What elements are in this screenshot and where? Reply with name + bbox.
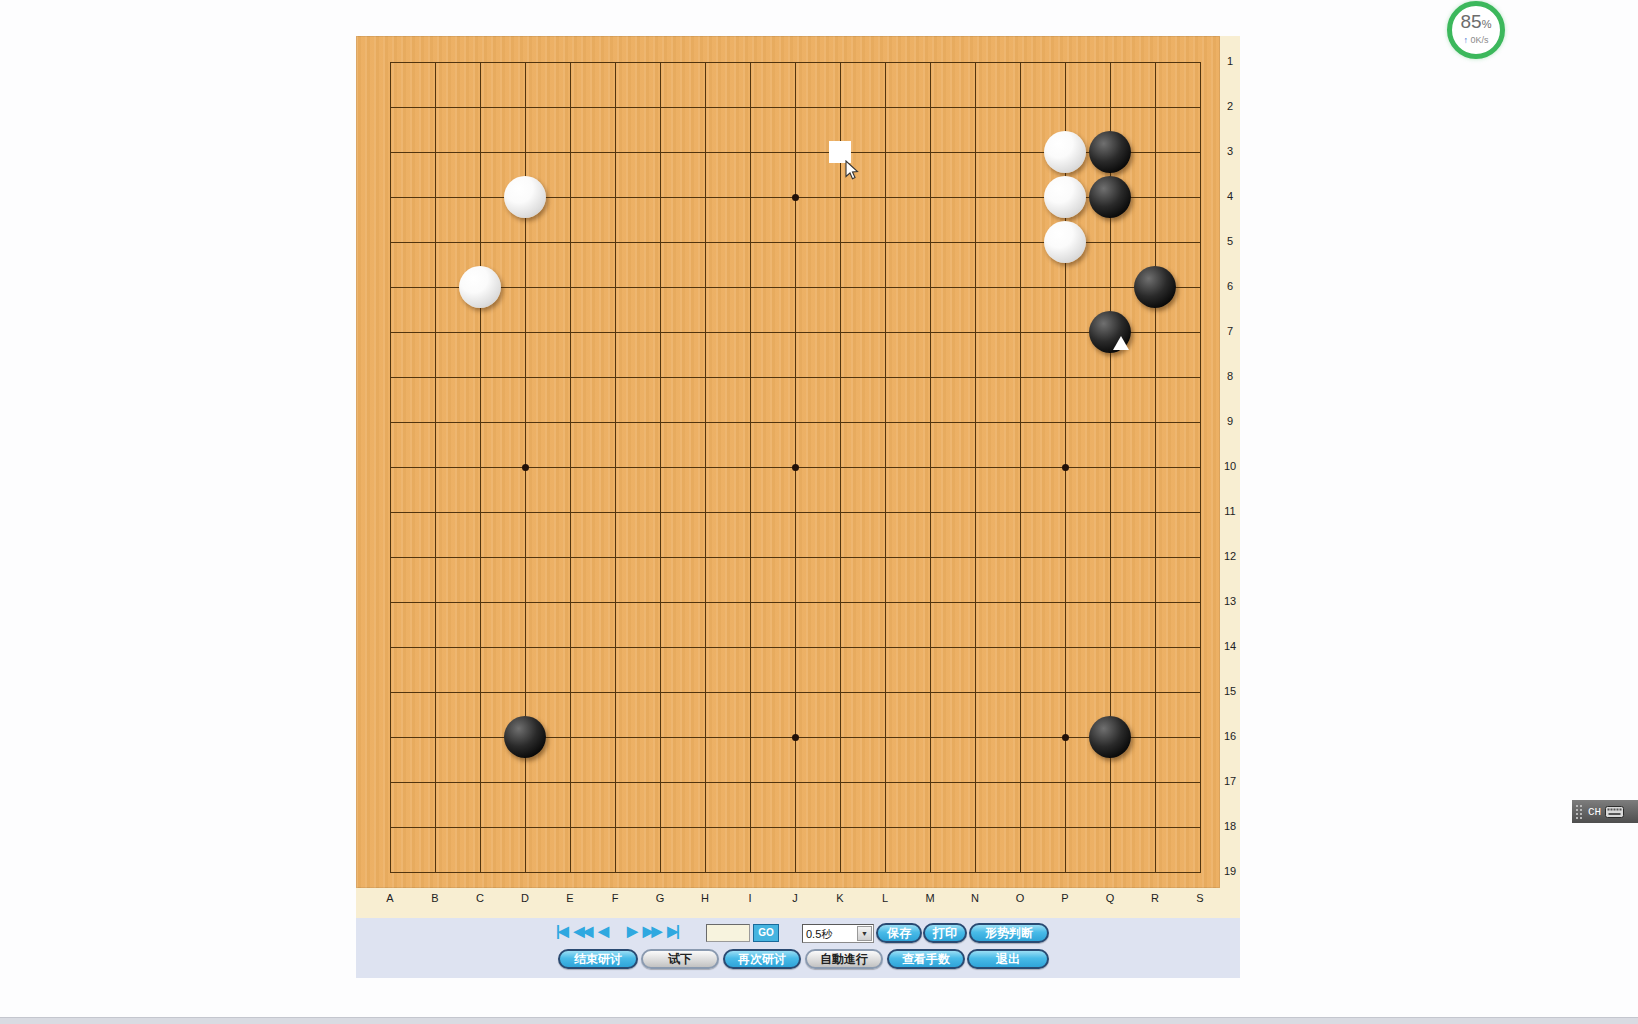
grid-line-horizontal xyxy=(390,782,1201,783)
row-label: 15 xyxy=(1220,685,1240,697)
go-button[interactable]: GO xyxy=(753,924,779,942)
column-label: L xyxy=(870,892,900,904)
row-label: 11 xyxy=(1220,505,1240,517)
save-button[interactable]: 保存 xyxy=(876,923,922,943)
black-stone[interactable] xyxy=(1134,266,1176,308)
grid-line-horizontal xyxy=(390,827,1201,828)
grid-line-vertical xyxy=(840,62,841,873)
white-stone[interactable] xyxy=(459,266,501,308)
try-move-button[interactable]: 试下 xyxy=(641,949,719,969)
column-label: M xyxy=(915,892,945,904)
exit-button[interactable]: 退出 xyxy=(967,949,1049,969)
grid-line-horizontal xyxy=(390,872,1201,873)
nav-back-button[interactable]: ◀ xyxy=(598,923,607,939)
white-stone[interactable] xyxy=(1044,131,1086,173)
column-label: A xyxy=(375,892,405,904)
toolbar: |◀◀◀◀▶▶▶▶| GO 0.5秒 ▼ 保存 打印 形势判断 结束研讨 试下 … xyxy=(356,918,1240,978)
score-estimate-button[interactable]: 形势判断 xyxy=(969,923,1049,943)
upload-arrow-icon: ↑ xyxy=(1463,35,1468,45)
grid-line-vertical xyxy=(885,62,886,873)
network-status-badge: 85% ↑ 0K/s xyxy=(1447,1,1505,59)
nav-forward-button[interactable]: ▶ xyxy=(627,923,636,939)
row-label: 17 xyxy=(1220,775,1240,787)
ime-language-bar[interactable]: CH xyxy=(1572,800,1638,823)
auto-play-button[interactable]: 自動進行 xyxy=(805,949,883,969)
nav-first-button[interactable]: |◀ xyxy=(556,923,567,939)
column-label: I xyxy=(735,892,765,904)
row-label: 18 xyxy=(1220,820,1240,832)
row-label: 12 xyxy=(1220,550,1240,562)
white-stone[interactable] xyxy=(1044,176,1086,218)
chevron-down-icon[interactable]: ▼ xyxy=(857,926,872,941)
mouse-cursor xyxy=(845,160,860,181)
delay-select-value: 0.5秒 xyxy=(806,927,832,942)
column-label: K xyxy=(825,892,855,904)
column-label: N xyxy=(960,892,990,904)
star-point xyxy=(1062,464,1069,471)
keyboard-icon[interactable] xyxy=(1605,806,1624,818)
ime-language-label[interactable]: CH xyxy=(1588,806,1601,818)
star-point xyxy=(792,194,799,201)
network-speed: ↑ 0K/s xyxy=(1452,35,1500,45)
nav-fast-forward-button[interactable]: ▶▶ xyxy=(643,923,661,939)
grid-line-horizontal xyxy=(390,647,1201,648)
nav-last-button[interactable]: ▶| xyxy=(667,923,678,939)
row-label: 5 xyxy=(1220,235,1240,247)
row-label: 13 xyxy=(1220,595,1240,607)
network-percent: 85% xyxy=(1452,12,1500,34)
row-label: 8 xyxy=(1220,370,1240,382)
black-stone[interactable] xyxy=(1089,176,1131,218)
star-point xyxy=(522,464,529,471)
star-point xyxy=(792,464,799,471)
nav-rewind-button[interactable]: ◀◀ xyxy=(574,923,592,939)
row-label: 14 xyxy=(1220,640,1240,652)
view-move-count-button[interactable]: 查看手数 xyxy=(887,949,965,969)
star-point xyxy=(792,734,799,741)
row-label: 10 xyxy=(1220,460,1240,472)
column-label: Q xyxy=(1095,892,1125,904)
row-label: 6 xyxy=(1220,280,1240,292)
review-again-button[interactable]: 再次研讨 xyxy=(723,949,801,969)
grid-line-horizontal xyxy=(390,512,1201,513)
row-label: 16 xyxy=(1220,730,1240,742)
column-label: C xyxy=(465,892,495,904)
column-label: E xyxy=(555,892,585,904)
row-label: 3 xyxy=(1220,145,1240,157)
nav-group: |◀◀◀◀▶▶▶▶| xyxy=(556,923,678,939)
column-label: H xyxy=(690,892,720,904)
black-stone[interactable] xyxy=(504,716,546,758)
black-stone[interactable] xyxy=(1089,131,1131,173)
drag-handle-icon[interactable] xyxy=(1575,804,1584,819)
grid-line-vertical xyxy=(1020,62,1021,873)
column-label: S xyxy=(1185,892,1215,904)
white-stone[interactable] xyxy=(504,176,546,218)
black-stone[interactable] xyxy=(1089,716,1131,758)
column-label: F xyxy=(600,892,630,904)
delay-select[interactable]: 0.5秒 ▼ xyxy=(802,924,874,943)
column-label: O xyxy=(1005,892,1035,904)
row-label: 9 xyxy=(1220,415,1240,427)
row-label: 4 xyxy=(1220,190,1240,202)
last-move-marker-icon xyxy=(1113,336,1129,350)
grid-line-vertical xyxy=(930,62,931,873)
column-label: G xyxy=(645,892,675,904)
column-label: D xyxy=(510,892,540,904)
print-button[interactable]: 打印 xyxy=(923,923,967,943)
column-label: R xyxy=(1140,892,1170,904)
grid-line-horizontal xyxy=(390,557,1201,558)
column-label: B xyxy=(420,892,450,904)
row-label: 2 xyxy=(1220,100,1240,112)
go-board[interactable] xyxy=(356,36,1220,888)
grid-line-horizontal xyxy=(390,692,1201,693)
column-label: P xyxy=(1050,892,1080,904)
grid-line-vertical xyxy=(1200,62,1201,873)
row-label: 1 xyxy=(1220,55,1240,67)
star-point xyxy=(1062,734,1069,741)
grid-line-horizontal xyxy=(390,602,1201,603)
white-stone[interactable] xyxy=(1044,221,1086,263)
row-label: 19 xyxy=(1220,865,1240,877)
go-board-block: ABCDEFGHIJKLMNOPQRS123456789101112131415… xyxy=(356,36,1240,918)
grid-line-vertical xyxy=(975,62,976,873)
move-number-input[interactable] xyxy=(706,924,750,942)
end-review-button[interactable]: 结束研讨 xyxy=(558,949,638,969)
grid-line-vertical xyxy=(1155,62,1156,873)
column-label: J xyxy=(780,892,810,904)
black-stone[interactable] xyxy=(1089,311,1131,353)
row-label: 7 xyxy=(1220,325,1240,337)
bottom-edge-bar xyxy=(0,1017,1638,1024)
